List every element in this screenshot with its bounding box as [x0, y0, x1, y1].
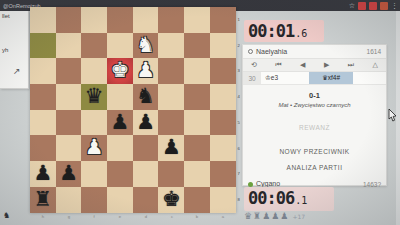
replay-toolbar: ⟲⏮◀▶⏭△ — [243, 58, 386, 72]
bottom-player-clock: 00:06 .1 — [244, 187, 334, 211]
square-h2[interactable] — [30, 33, 56, 59]
square-a8[interactable] — [210, 187, 236, 213]
square-a5[interactable] — [210, 110, 236, 136]
analysis-button[interactable]: ANALIZA PARTII — [243, 164, 386, 171]
square-h6[interactable] — [30, 135, 56, 161]
square-b4[interactable] — [184, 84, 210, 110]
clock-tenths: .1 — [295, 195, 307, 206]
analysis-board-icon[interactable]: △ — [373, 61, 378, 69]
captured-pawn-icon: ♟ — [271, 211, 279, 221]
chess-board: ♞♚♟♛♞♟♟♟♟♟♟♜♚ — [30, 7, 236, 213]
square-g4[interactable] — [56, 84, 82, 110]
next-move-icon[interactable]: ▶ — [324, 61, 329, 69]
rematch-button[interactable]: REWANŻ — [243, 124, 386, 131]
file-label-h: h — [39, 213, 48, 218]
rank-label-8: 8 — [237, 196, 242, 201]
square-d8[interactable] — [133, 187, 159, 213]
square-d7[interactable] — [133, 161, 159, 187]
black-king[interactable]: ♚ — [158, 187, 184, 213]
square-h8[interactable]: ♜ — [30, 187, 56, 213]
square-b6[interactable] — [184, 135, 210, 161]
captured-queen-icon: ♛ — [244, 211, 252, 221]
bottom-player-rating: 1463? — [363, 181, 381, 188]
square-f2[interactable] — [81, 33, 107, 59]
popup-item[interactable]: yh — [0, 45, 28, 53]
move-number: 30 — [243, 72, 261, 84]
file-label-a: a — [219, 213, 228, 218]
square-b1[interactable] — [184, 7, 210, 33]
square-c7[interactable] — [158, 161, 184, 187]
captured-pawn-icon: ♟ — [280, 211, 288, 221]
left-popup: llet yh ↗ — [0, 11, 29, 89]
clock-time: 00:01 — [248, 21, 294, 41]
square-a4[interactable] — [210, 84, 236, 110]
square-b3[interactable] — [184, 58, 210, 84]
square-g3[interactable] — [56, 58, 82, 84]
prev-move-icon[interactable]: ◀ — [300, 61, 305, 69]
square-h1[interactable] — [30, 7, 56, 33]
square-h4[interactable] — [30, 84, 56, 110]
square-b8[interactable] — [184, 187, 210, 213]
square-a3[interactable] — [210, 58, 236, 84]
white-move[interactable]: ♔e3 — [261, 72, 309, 84]
square-g2[interactable] — [56, 33, 82, 59]
square-c2[interactable] — [158, 33, 184, 59]
square-e2[interactable] — [107, 33, 133, 59]
square-g5[interactable] — [56, 110, 82, 136]
black-rook[interactable]: ♜ — [30, 187, 56, 213]
square-a7[interactable] — [210, 161, 236, 187]
square-c1[interactable] — [158, 7, 184, 33]
extension-icon[interactable] — [380, 2, 388, 10]
square-b5[interactable] — [184, 110, 210, 136]
extension-icon[interactable] — [369, 2, 377, 10]
black-pawn[interactable]: ♟ — [56, 161, 82, 187]
square-f5[interactable] — [81, 110, 107, 136]
square-a2[interactable] — [210, 33, 236, 59]
new-opponent-button[interactable]: NOWY PRZECIWNIK — [243, 148, 386, 155]
file-label-c: c — [167, 213, 176, 218]
square-e6[interactable] — [107, 135, 133, 161]
clock-tenths: .6 — [295, 28, 307, 39]
black-knight[interactable]: ♞ — [133, 84, 159, 110]
game-panel: Naelyahia 1614 ⟲⏮◀▶⏭△ 30 ♔e3 ♛xf4# 0-1 M… — [242, 44, 387, 186]
captured-pawn-icon: ♟ — [262, 211, 270, 221]
square-g8[interactable] — [56, 187, 82, 213]
top-player-row: Naelyahia 1614 — [243, 45, 386, 58]
square-f4[interactable]: ♛ — [81, 84, 107, 110]
external-link-icon[interactable]: ↗ — [13, 66, 21, 76]
square-e5[interactable]: ♟ — [107, 110, 133, 136]
square-f3[interactable] — [81, 58, 107, 84]
square-e3[interactable]: ♚ — [107, 58, 133, 84]
white-knight[interactable]: ♞ — [133, 33, 159, 59]
square-e1[interactable] — [107, 7, 133, 33]
move-list-row: 30 ♔e3 ♛xf4# — [243, 72, 386, 85]
result-description: Mat • Zwycięstwo czarnych — [243, 102, 386, 108]
browser-controls: ☆ ⋮ — [349, 0, 398, 11]
square-c8[interactable]: ♚ — [158, 187, 184, 213]
square-d4[interactable]: ♞ — [133, 84, 159, 110]
captured-rook-icon: ♜ — [253, 211, 261, 221]
square-c4[interactable] — [158, 84, 184, 110]
last-move-icon[interactable]: ⏭ — [348, 61, 354, 69]
square-d1[interactable] — [133, 7, 159, 33]
top-player-name[interactable]: Naelyahia — [256, 48, 287, 55]
square-f1[interactable] — [81, 7, 107, 33]
top-player-clock: 00:01 .6 — [244, 20, 324, 42]
browser-menu-icon[interactable]: ⋮ — [391, 0, 398, 11]
square-h7[interactable]: ♟ — [30, 161, 56, 187]
captured-pieces-tray: ♛♜♟♟♟+17 — [244, 211, 305, 221]
black-pawn[interactable]: ♟ — [107, 110, 133, 136]
square-c3[interactable] — [158, 58, 184, 84]
bookmark-star-icon[interactable]: ☆ — [349, 0, 355, 11]
file-label-g: g — [64, 213, 73, 218]
rank-label-1: 1 — [237, 16, 242, 21]
black-pawn[interactable]: ♟ — [158, 135, 184, 161]
square-g7[interactable]: ♟ — [56, 161, 82, 187]
white-pawn[interactable]: ♟ — [81, 135, 107, 161]
white-king[interactable]: ♚ — [107, 58, 133, 84]
square-g1[interactable] — [56, 7, 82, 33]
game-result: 0-1 — [243, 91, 386, 100]
square-h5[interactable] — [30, 110, 56, 136]
square-d2[interactable]: ♞ — [133, 33, 159, 59]
mouse-cursor — [388, 108, 397, 126]
square-d5[interactable]: ♟ — [133, 110, 159, 136]
white-color-icon — [248, 49, 253, 54]
file-label-f: f — [90, 213, 99, 218]
screen: @OnRemojzub ☆ ⋮ llet yh ↗ ♞ ♞♚♟♛♞♟♟♟♟♟♟♜… — [0, 0, 400, 225]
square-b7[interactable] — [184, 161, 210, 187]
square-f7[interactable] — [81, 161, 107, 187]
white-pawn[interactable]: ♟ — [133, 58, 159, 84]
square-e7[interactable] — [107, 161, 133, 187]
square-d6[interactable] — [133, 135, 159, 161]
square-d3[interactable]: ♟ — [133, 58, 159, 84]
file-label-e: e — [116, 213, 125, 218]
file-label-d: d — [142, 213, 151, 218]
square-a1[interactable] — [210, 7, 236, 33]
square-f6[interactable]: ♟ — [81, 135, 107, 161]
popup-item[interactable]: llet — [0, 11, 28, 19]
clock-time: 00:06 — [248, 188, 294, 208]
replay-icon[interactable]: ⟲ — [251, 61, 257, 69]
first-move-icon[interactable]: ⏮ — [275, 61, 281, 69]
square-e8[interactable] — [107, 187, 133, 213]
black-pawn[interactable]: ♟ — [30, 161, 56, 187]
square-c5[interactable] — [158, 110, 184, 136]
square-h3[interactable] — [30, 58, 56, 84]
file-label-b: b — [193, 213, 202, 218]
footer-knight-icon: ♞ — [3, 211, 10, 220]
top-player-rating: 1614 — [367, 48, 381, 55]
black-pawn[interactable]: ♟ — [133, 110, 159, 136]
black-queen[interactable]: ♛ — [81, 84, 107, 110]
black-move-active[interactable]: ♛xf4# — [309, 72, 353, 84]
square-b2[interactable] — [184, 33, 210, 59]
square-f8[interactable] — [81, 187, 107, 213]
square-e4[interactable] — [107, 84, 133, 110]
extension-icon[interactable] — [358, 2, 366, 10]
square-g6[interactable] — [56, 135, 82, 161]
square-a6[interactable] — [210, 135, 236, 161]
material-advantage: +17 — [292, 213, 305, 220]
square-c6[interactable]: ♟ — [158, 135, 184, 161]
